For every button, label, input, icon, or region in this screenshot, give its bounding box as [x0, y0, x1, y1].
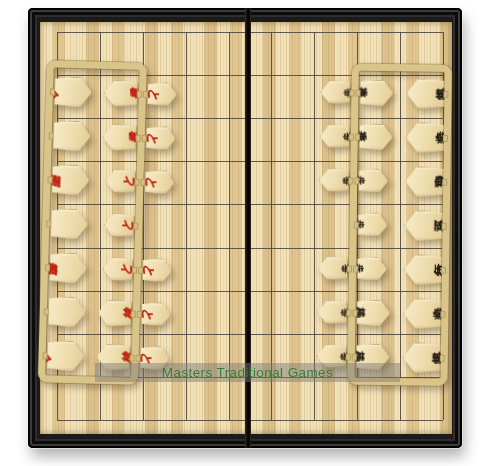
grid-line	[271, 32, 272, 420]
piece-face: 歩兵	[320, 80, 350, 104]
shogi-piece[interactable]: 全	[46, 340, 85, 372]
piece-face: 金将	[403, 298, 441, 330]
shogi-piece[interactable]: と	[140, 302, 171, 327]
sprue-connector-nub	[131, 310, 136, 317]
piece-kanji: と	[148, 308, 163, 321]
piece-face: 歩兵	[319, 168, 349, 192]
shogi-piece[interactable]: 歩兵	[357, 213, 387, 237]
shogi-piece[interactable]: 歩兵	[358, 169, 388, 193]
shogi-piece[interactable]: 桂馬	[356, 299, 390, 326]
piece-face: 歩兵	[358, 169, 388, 193]
sprue-connector-nub	[46, 220, 51, 227]
sprue-connector-nub	[50, 88, 55, 95]
piece-face: 歩兵	[357, 213, 387, 237]
piece-face: と	[142, 258, 173, 283]
shogi-piece[interactable]: 成香	[102, 123, 137, 151]
sprue-connector-nub	[142, 134, 147, 141]
shogi-piece[interactable]: と	[145, 126, 176, 151]
piece-face: 歩兵	[317, 300, 347, 324]
sprue-connector-nub	[137, 310, 142, 317]
sprue-connector-nub	[355, 133, 360, 140]
left-sprue[interactable]: 全龍王龍馬全成香成香ととと成桂成桂とととととと	[31, 54, 182, 392]
sprue-connector-nub	[352, 353, 357, 360]
piece-kanji: と	[112, 219, 127, 232]
sprue-connector-nub	[354, 221, 359, 228]
grid-line	[186, 32, 187, 420]
shogi-piece[interactable]: 銀将	[403, 342, 441, 374]
sprue-connector-nub	[45, 264, 50, 271]
sprue-connector-nub	[443, 134, 448, 141]
sprue-connector-nub	[132, 266, 137, 273]
piece-face: 成香	[102, 123, 137, 151]
shogi-piece[interactable]: 成香	[104, 79, 139, 107]
watermark: Masters Traditional Games	[95, 363, 400, 382]
piece-face: 桂馬	[356, 299, 390, 326]
shogi-piece[interactable]: と	[104, 213, 135, 238]
piece-kanji: と	[152, 176, 167, 189]
piece-face: と	[103, 257, 134, 282]
piece-face: と	[105, 169, 136, 194]
piece-face: と	[140, 302, 171, 327]
shogi-piece[interactable]: 歩兵	[317, 300, 347, 324]
shogi-piece[interactable]: 香車	[359, 79, 393, 106]
piece-face: 歩兵	[357, 257, 387, 281]
piece-face: 全	[46, 340, 85, 372]
shogi-piece-blank[interactable]	[50, 208, 89, 240]
piece-face: 歩兵	[318, 256, 348, 280]
sprue-connector-nub	[346, 353, 351, 360]
sprue-connector-nub	[443, 90, 448, 97]
sprue-connector-nub	[442, 178, 447, 185]
piece-face	[52, 120, 91, 152]
sprue-connector-nub	[442, 222, 447, 229]
right-sprue[interactable]: 歩兵歩兵歩兵歩兵歩兵歩兵香車香車歩兵歩兵歩兵桂馬桂馬銀将金将飛車王将角行金将銀将	[308, 55, 455, 391]
sprue-connector-nub	[441, 266, 446, 273]
sprue-connector-nub	[143, 90, 148, 97]
shogi-piece[interactable]: 香車	[359, 123, 393, 150]
piece-face: 成桂	[97, 299, 132, 327]
sprue-connector-nub	[346, 309, 351, 316]
piece-face: 角行	[404, 254, 442, 286]
shogi-piece-blank[interactable]	[47, 296, 86, 328]
sprue-connector-nub	[354, 177, 359, 184]
piece-face: 銀将	[403, 342, 441, 374]
piece-face: 王将	[404, 210, 442, 242]
piece-face	[47, 296, 86, 328]
piece-face: 金将	[406, 122, 444, 154]
piece-kanji: と	[155, 88, 170, 101]
shogi-piece[interactable]: 龍王	[51, 164, 90, 196]
piece-face: と	[144, 170, 175, 195]
shogi-piece[interactable]: 成桂	[97, 299, 132, 327]
sprue-connector-nub	[348, 177, 353, 184]
sprue-connector-nub	[440, 310, 445, 317]
shogi-piece[interactable]: 金将	[403, 298, 441, 330]
shogi-piece[interactable]: 歩兵	[318, 256, 348, 280]
piece-face: 龍王	[51, 164, 90, 196]
piece-face: と	[145, 126, 176, 151]
sprue-connector-nub	[136, 134, 141, 141]
piece-face: 龍馬	[49, 252, 88, 284]
sprue-connector-nub	[138, 266, 143, 273]
piece-kanji: と	[111, 263, 126, 276]
sprue-connector-nub	[353, 265, 358, 272]
shogi-piece[interactable]: 王将	[404, 210, 442, 242]
piece-kanji: と	[153, 132, 168, 145]
piece-face: 飛車	[405, 166, 443, 198]
shogi-piece[interactable]: 銀将	[406, 78, 444, 110]
piece-face: 香車	[359, 79, 393, 106]
shogi-piece[interactable]: と	[144, 170, 175, 195]
sprue-connector-nub	[135, 354, 140, 361]
piece-face: と	[147, 82, 178, 107]
sprue-connector-nub	[129, 354, 134, 361]
sprue-connector-nub	[352, 309, 357, 316]
shogi-piece[interactable]: と	[103, 257, 134, 282]
piece-kanji: と	[113, 175, 128, 188]
shogi-piece[interactable]: 龍馬	[49, 252, 88, 284]
fold-seam	[245, 8, 251, 448]
sprue-connector-nub	[140, 178, 145, 185]
shogi-piece[interactable]: 角行	[404, 254, 442, 286]
shogi-piece[interactable]: と	[147, 82, 178, 107]
piece-face: 成香	[104, 79, 139, 107]
sprue-connector-nub	[347, 265, 352, 272]
sprue-connector-nub	[355, 89, 360, 96]
piece-face: と	[104, 213, 135, 238]
sprue-connector-nub	[133, 222, 138, 229]
shogi-piece[interactable]: 歩兵	[357, 257, 387, 281]
sprue-connector-nub	[47, 176, 52, 183]
piece-face: 全	[54, 76, 93, 108]
shogi-piece[interactable]: 飛車	[405, 166, 443, 198]
shogi-piece[interactable]: と	[142, 258, 173, 283]
sprue-connector-nub	[349, 89, 354, 96]
sprue-connector-nub	[137, 90, 142, 97]
piece-kanji: と	[150, 264, 165, 277]
watermark-text: Masters Traditional Games	[162, 365, 333, 380]
sprue-connector-nub	[134, 178, 139, 185]
sprue-connector-nub	[43, 352, 48, 359]
shogi-piece[interactable]: 歩兵	[319, 168, 349, 192]
shogi-piece[interactable]: 歩兵	[320, 124, 350, 148]
sprue-connector-nub	[440, 354, 445, 361]
shogi-piece[interactable]: と	[105, 169, 136, 194]
piece-face	[50, 208, 89, 240]
piece-face: 銀将	[406, 78, 444, 110]
shogi-piece[interactable]: 全	[54, 76, 93, 108]
shogi-piece[interactable]: 金将	[406, 122, 444, 154]
product-photo: 全龍王龍馬全成香成香ととと成桂成桂とととととと歩兵歩兵歩兵歩兵歩兵歩兵香車香車歩…	[0, 0, 500, 466]
shogi-piece-blank[interactable]	[52, 120, 91, 152]
shogi-piece[interactable]: 歩兵	[320, 80, 350, 104]
sprue-connector-nub	[349, 133, 354, 140]
piece-face: 歩兵	[320, 124, 350, 148]
sprue-connector-nub	[49, 132, 54, 139]
sprue-connector-nub	[44, 308, 49, 315]
piece-face: 香車	[359, 123, 393, 150]
grid-line	[229, 32, 230, 420]
